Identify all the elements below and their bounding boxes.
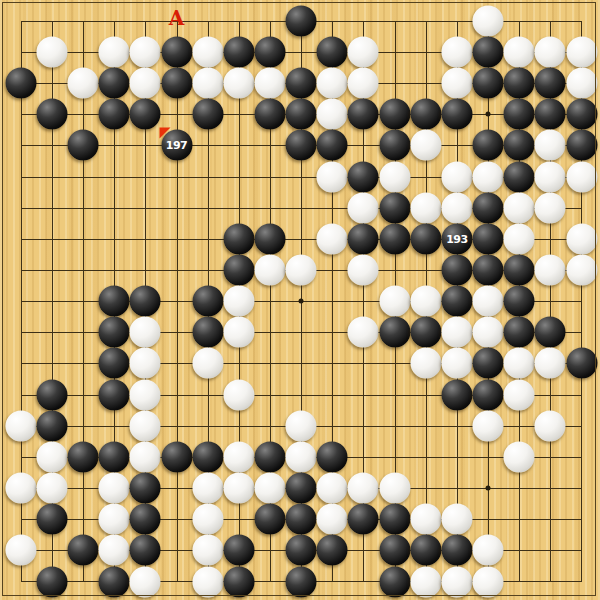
black-stone <box>317 36 348 67</box>
black-stone <box>68 535 99 566</box>
black-stone <box>410 223 441 254</box>
black-stone <box>473 68 504 99</box>
white-stone <box>348 255 379 286</box>
white-stone <box>192 348 223 379</box>
black-stone <box>161 36 192 67</box>
white-stone <box>504 441 535 472</box>
black-stone <box>379 223 410 254</box>
black-stone <box>130 99 161 130</box>
black-stone <box>535 68 566 99</box>
black-stone <box>348 504 379 535</box>
white-stone <box>317 473 348 504</box>
white-stone <box>410 566 441 597</box>
white-stone <box>223 68 254 99</box>
black-stone <box>286 504 317 535</box>
black-stone <box>504 317 535 348</box>
white-stone <box>410 130 441 161</box>
black-stone <box>379 566 410 597</box>
point-letter-label: A <box>169 8 185 28</box>
white-stone <box>192 68 223 99</box>
white-stone <box>130 68 161 99</box>
star-point <box>299 299 304 304</box>
white-stone <box>317 223 348 254</box>
black-stone <box>99 348 130 379</box>
white-stone <box>348 36 379 67</box>
white-stone <box>441 36 472 67</box>
black-stone <box>223 255 254 286</box>
white-stone <box>255 473 286 504</box>
white-stone <box>504 348 535 379</box>
black-stone <box>379 192 410 223</box>
black-stone <box>255 99 286 130</box>
white-stone <box>535 130 566 161</box>
white-stone <box>473 566 504 597</box>
white-stone <box>348 317 379 348</box>
black-stone <box>286 99 317 130</box>
black-stone <box>504 68 535 99</box>
white-stone <box>192 535 223 566</box>
white-stone <box>504 379 535 410</box>
black-stone <box>223 36 254 67</box>
white-stone <box>130 410 161 441</box>
white-stone <box>379 286 410 317</box>
white-stone <box>5 473 36 504</box>
white-stone <box>566 36 597 67</box>
black-stone <box>410 99 441 130</box>
white-stone <box>348 192 379 223</box>
last-move-triangle-marker <box>160 127 171 138</box>
black-stone <box>161 441 192 472</box>
black-stone <box>5 68 36 99</box>
white-stone <box>441 504 472 535</box>
white-stone <box>130 379 161 410</box>
black-stone <box>286 5 317 36</box>
black-stone <box>410 317 441 348</box>
white-stone <box>441 192 472 223</box>
white-stone <box>192 566 223 597</box>
white-stone <box>441 68 472 99</box>
black-stone <box>68 441 99 472</box>
black-stone <box>504 99 535 130</box>
white-stone <box>255 255 286 286</box>
go-board[interactable]: 197193A <box>0 0 600 600</box>
white-stone <box>317 161 348 192</box>
white-stone <box>99 36 130 67</box>
white-stone <box>410 348 441 379</box>
go-game-screenshot: 197193A <box>0 0 600 600</box>
black-stone <box>473 130 504 161</box>
white-stone <box>286 255 317 286</box>
white-stone <box>5 410 36 441</box>
white-stone <box>535 410 566 441</box>
black-stone <box>255 504 286 535</box>
white-stone <box>68 68 99 99</box>
black-stone <box>192 286 223 317</box>
black-stone <box>36 379 67 410</box>
white-stone <box>441 317 472 348</box>
star-point <box>486 112 491 117</box>
white-stone <box>504 36 535 67</box>
white-stone <box>379 473 410 504</box>
black-stone <box>379 535 410 566</box>
black-stone <box>566 348 597 379</box>
white-stone <box>130 441 161 472</box>
black-stone <box>99 441 130 472</box>
black-stone <box>473 192 504 223</box>
move-number-label: 193 <box>446 233 467 244</box>
black-stone <box>223 223 254 254</box>
black-stone <box>348 161 379 192</box>
white-stone <box>317 99 348 130</box>
white-stone <box>223 317 254 348</box>
white-stone <box>535 161 566 192</box>
white-stone <box>535 348 566 379</box>
black-stone <box>99 379 130 410</box>
black-stone <box>286 566 317 597</box>
black-stone <box>441 99 472 130</box>
white-stone <box>379 161 410 192</box>
black-stone <box>255 441 286 472</box>
white-stone <box>441 161 472 192</box>
black-stone <box>317 535 348 566</box>
white-stone <box>255 68 286 99</box>
white-stone <box>441 566 472 597</box>
black-stone <box>317 441 348 472</box>
white-stone <box>441 348 472 379</box>
black-stone <box>286 130 317 161</box>
black-stone <box>255 36 286 67</box>
black-stone <box>535 99 566 130</box>
black-stone <box>286 68 317 99</box>
black-stone <box>36 410 67 441</box>
black-stone <box>36 99 67 130</box>
white-stone <box>410 504 441 535</box>
white-stone <box>192 36 223 67</box>
black-stone <box>68 130 99 161</box>
white-stone <box>317 504 348 535</box>
black-stone <box>130 286 161 317</box>
black-stone <box>504 286 535 317</box>
white-stone <box>5 535 36 566</box>
black-stone <box>348 223 379 254</box>
black-stone <box>473 223 504 254</box>
black-stone <box>473 348 504 379</box>
white-stone <box>36 36 67 67</box>
white-stone <box>348 473 379 504</box>
white-stone <box>473 5 504 36</box>
black-stone <box>566 99 597 130</box>
star-point <box>486 486 491 491</box>
white-stone <box>504 192 535 223</box>
white-stone <box>130 36 161 67</box>
black-stone <box>223 566 254 597</box>
black-stone <box>192 99 223 130</box>
black-stone <box>379 317 410 348</box>
black-stone <box>504 161 535 192</box>
white-stone <box>473 286 504 317</box>
black-stone <box>410 535 441 566</box>
black-stone <box>161 68 192 99</box>
white-stone <box>223 441 254 472</box>
black-stone <box>473 255 504 286</box>
white-stone <box>192 473 223 504</box>
white-stone <box>36 441 67 472</box>
white-stone <box>223 286 254 317</box>
black-stone <box>379 504 410 535</box>
white-stone <box>317 68 348 99</box>
black-stone: 193 <box>441 223 472 254</box>
black-stone <box>317 130 348 161</box>
white-stone <box>223 379 254 410</box>
black-stone <box>473 36 504 67</box>
black-stone <box>130 535 161 566</box>
white-stone <box>535 36 566 67</box>
white-stone <box>192 504 223 535</box>
black-stone <box>473 379 504 410</box>
black-stone <box>255 223 286 254</box>
black-stone <box>223 535 254 566</box>
white-stone <box>286 441 317 472</box>
black-stone <box>441 535 472 566</box>
white-stone <box>99 535 130 566</box>
white-stone <box>473 317 504 348</box>
black-stone <box>36 504 67 535</box>
white-stone <box>410 192 441 223</box>
white-stone <box>535 255 566 286</box>
black-stone <box>286 473 317 504</box>
black-stone <box>441 379 472 410</box>
black-stone <box>99 99 130 130</box>
white-stone <box>566 223 597 254</box>
white-stone <box>130 566 161 597</box>
white-stone <box>504 223 535 254</box>
black-stone <box>379 130 410 161</box>
black-stone <box>441 255 472 286</box>
white-stone <box>535 192 566 223</box>
black-stone <box>99 286 130 317</box>
white-stone <box>286 410 317 441</box>
white-stone <box>473 535 504 566</box>
white-stone <box>473 410 504 441</box>
black-stone <box>504 130 535 161</box>
white-stone <box>473 161 504 192</box>
black-stone <box>99 68 130 99</box>
white-stone <box>566 68 597 99</box>
black-stone <box>192 441 223 472</box>
black-stone <box>504 255 535 286</box>
black-stone <box>286 535 317 566</box>
white-stone <box>99 504 130 535</box>
white-stone <box>223 473 254 504</box>
black-stone <box>441 286 472 317</box>
black-stone <box>130 473 161 504</box>
white-stone <box>566 255 597 286</box>
black-stone: 197 <box>161 130 192 161</box>
black-stone <box>99 317 130 348</box>
white-stone <box>566 161 597 192</box>
white-stone <box>36 473 67 504</box>
white-stone <box>99 473 130 504</box>
black-stone <box>348 99 379 130</box>
black-stone <box>130 504 161 535</box>
black-stone <box>566 130 597 161</box>
black-stone <box>99 566 130 597</box>
black-stone <box>379 99 410 130</box>
white-stone <box>130 317 161 348</box>
white-stone <box>130 348 161 379</box>
white-stone <box>348 68 379 99</box>
black-stone <box>535 317 566 348</box>
black-stone <box>36 566 67 597</box>
move-number-label: 197 <box>166 140 187 151</box>
white-stone <box>410 286 441 317</box>
black-stone <box>192 317 223 348</box>
